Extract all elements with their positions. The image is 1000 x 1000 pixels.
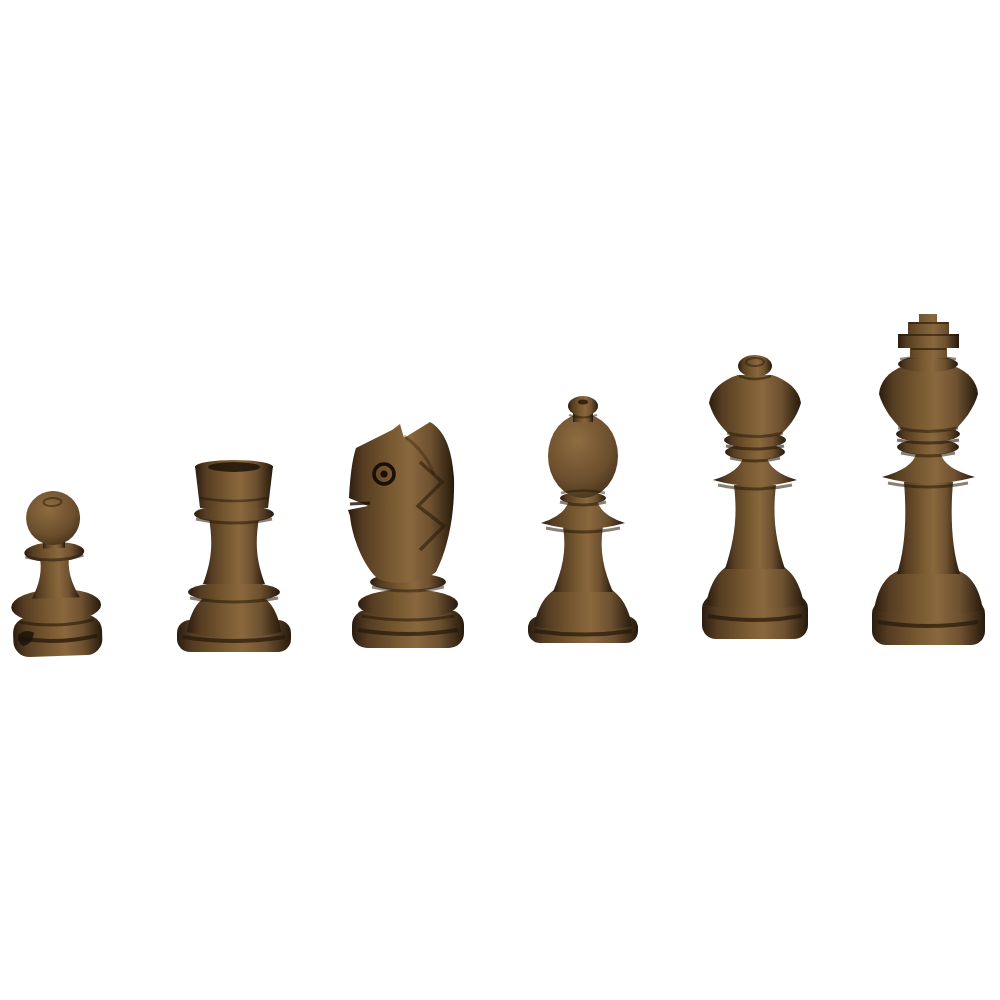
- photo-canvas: [0, 0, 1000, 1000]
- knight-icon: [346, 420, 470, 650]
- pawn-icon: [5, 486, 106, 659]
- queen-icon: [700, 353, 810, 640]
- piece-king: [870, 312, 987, 645]
- piece-knight: [346, 420, 470, 650]
- piece-pawn: [5, 486, 106, 659]
- king-icon: [870, 312, 987, 645]
- piece-bishop: [526, 392, 640, 643]
- bishop-icon: [526, 392, 640, 643]
- piece-queen: [700, 353, 810, 640]
- rook-icon: [175, 458, 293, 653]
- piece-rook: [175, 458, 293, 653]
